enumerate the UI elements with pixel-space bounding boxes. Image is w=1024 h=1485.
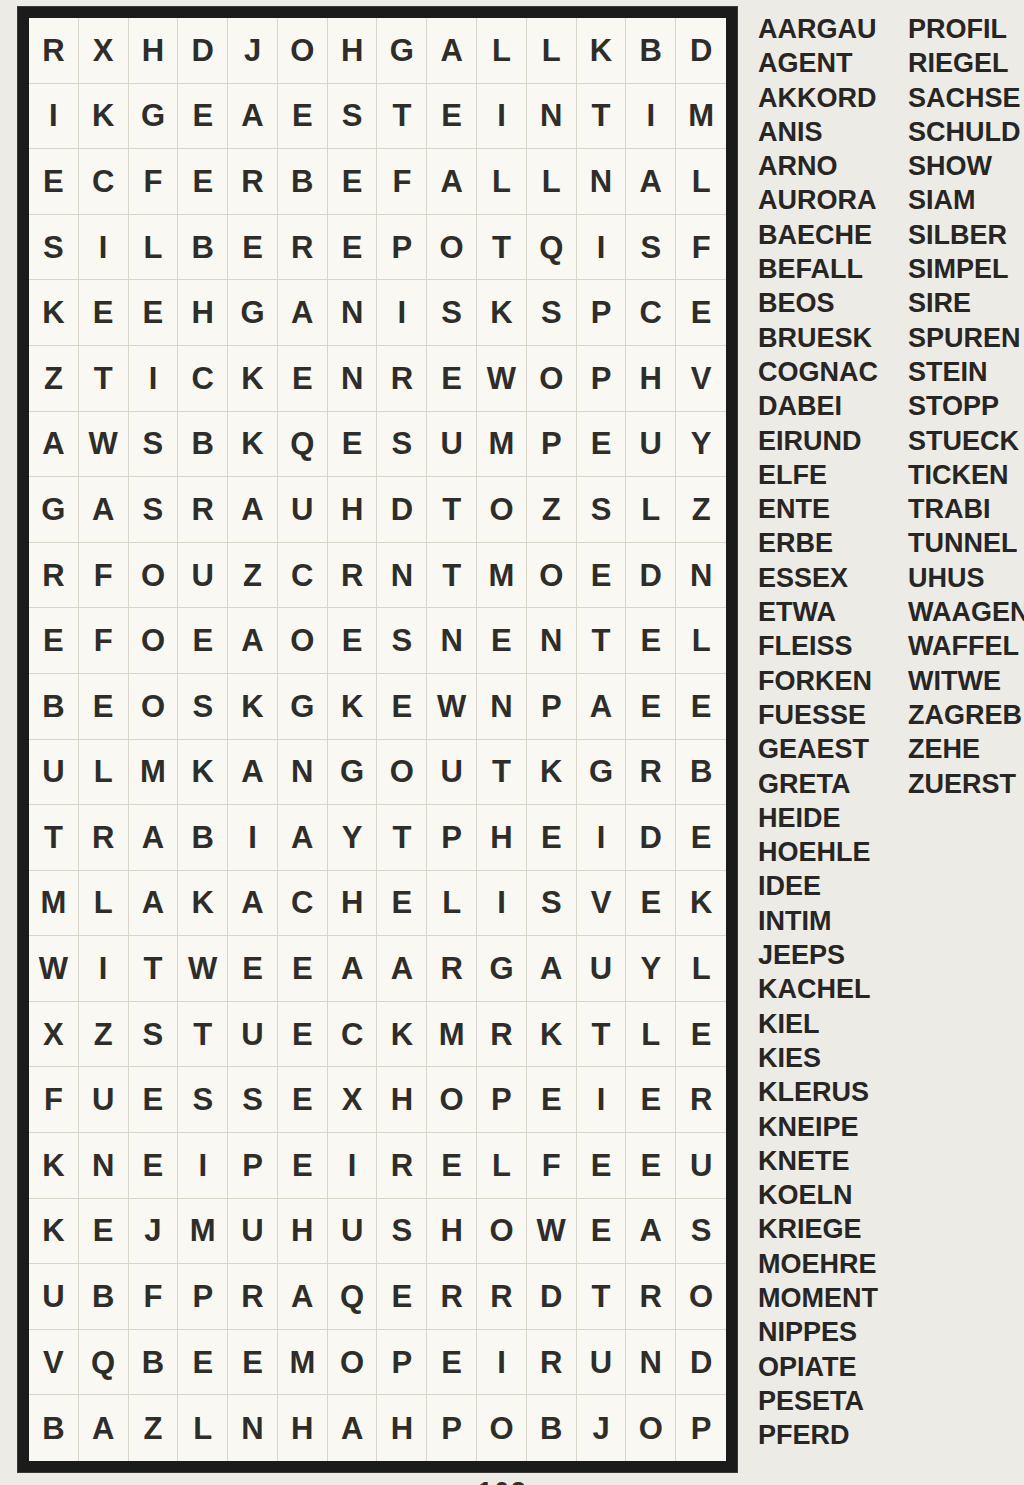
grid-cell-r14c1[interactable]: M: [29, 871, 79, 937]
grid-cell-r20c5[interactable]: R: [228, 1264, 278, 1330]
grid-cell-r2c3[interactable]: G: [129, 84, 179, 150]
grid-cell-r10c2[interactable]: F: [79, 608, 129, 674]
grid-cell-r1c5[interactable]: J: [228, 18, 278, 84]
grid-cell-r17c6[interactable]: E: [278, 1067, 328, 1133]
grid-cell-r14c12[interactable]: V: [577, 871, 627, 937]
grid-cell-r19c12[interactable]: E: [577, 1199, 627, 1265]
grid-cell-r8c1[interactable]: G: [29, 477, 79, 543]
word-list-item[interactable]: ELFE: [758, 458, 878, 492]
word-list-item[interactable]: UHUS: [908, 561, 1024, 595]
word-list-item[interactable]: GRETA: [758, 767, 878, 801]
grid-cell-r11c8[interactable]: E: [377, 674, 427, 740]
word-list-item[interactable]: STEIN: [908, 355, 1024, 389]
grid-cell-r17c12[interactable]: I: [577, 1067, 627, 1133]
grid-cell-r13c14[interactable]: E: [676, 805, 726, 871]
grid-cell-r4c10[interactable]: T: [477, 215, 527, 281]
grid-cell-r6c11[interactable]: O: [527, 346, 577, 412]
grid-cell-r18c8[interactable]: R: [377, 1133, 427, 1199]
word-list-item[interactable]: NIPPES: [758, 1315, 878, 1349]
grid-cell-r16c7[interactable]: C: [328, 1002, 378, 1068]
grid-cell-r21c12[interactable]: U: [577, 1330, 627, 1396]
grid-cell-r22c7[interactable]: A: [328, 1395, 378, 1461]
grid-cell-r14c2[interactable]: L: [79, 871, 129, 937]
grid-cell-r13c5[interactable]: I: [228, 805, 278, 871]
grid-cell-r7c10[interactable]: M: [477, 412, 527, 478]
grid-cell-r22c3[interactable]: Z: [129, 1395, 179, 1461]
grid-cell-r2c2[interactable]: K: [79, 84, 129, 150]
grid-cell-r9c10[interactable]: M: [477, 543, 527, 609]
grid-cell-r7c5[interactable]: K: [228, 412, 278, 478]
grid-cell-r22c13[interactable]: O: [626, 1395, 676, 1461]
grid-cell-r1c8[interactable]: G: [377, 18, 427, 84]
grid-cell-r12c6[interactable]: N: [278, 740, 328, 806]
grid-cell-r3c3[interactable]: F: [129, 149, 179, 215]
word-list-item[interactable]: STUECK: [908, 424, 1024, 458]
grid-cell-r4c6[interactable]: R: [278, 215, 328, 281]
grid-cell-r20c3[interactable]: F: [129, 1264, 179, 1330]
word-list-item[interactable]: COGNAC: [758, 355, 878, 389]
grid-cell-r4c14[interactable]: F: [676, 215, 726, 281]
grid-cell-r5c11[interactable]: S: [527, 280, 577, 346]
grid-cell-r21c13[interactable]: N: [626, 1330, 676, 1396]
grid-cell-r20c7[interactable]: Q: [328, 1264, 378, 1330]
word-list-item[interactable]: KIEL: [758, 1007, 878, 1041]
word-list-item[interactable]: KRIEGE: [758, 1212, 878, 1246]
grid-cell-r7c2[interactable]: W: [79, 412, 129, 478]
grid-cell-r15c12[interactable]: U: [577, 936, 627, 1002]
grid-cell-r13c7[interactable]: Y: [328, 805, 378, 871]
grid-cell-r7c7[interactable]: E: [328, 412, 378, 478]
grid-cell-r2c4[interactable]: E: [178, 84, 228, 150]
grid-cell-r14c4[interactable]: K: [178, 871, 228, 937]
word-list-item[interactable]: INTIM: [758, 904, 878, 938]
grid-cell-r12c8[interactable]: O: [377, 740, 427, 806]
grid-cell-r15c2[interactable]: I: [79, 936, 129, 1002]
grid-cell-r7c13[interactable]: U: [626, 412, 676, 478]
word-list-item[interactable]: TRABI: [908, 492, 1024, 526]
grid-cell-r11c11[interactable]: P: [527, 674, 577, 740]
grid-cell-r9c13[interactable]: D: [626, 543, 676, 609]
grid-cell-r22c9[interactable]: P: [427, 1395, 477, 1461]
grid-cell-r15c7[interactable]: A: [328, 936, 378, 1002]
grid-cell-r16c2[interactable]: Z: [79, 1002, 129, 1068]
word-list-item[interactable]: WAAGEN: [908, 595, 1024, 629]
grid-cell-r11c9[interactable]: W: [427, 674, 477, 740]
grid-cell-r1c10[interactable]: L: [477, 18, 527, 84]
grid-cell-r16c3[interactable]: S: [129, 1002, 179, 1068]
grid-cell-r14c3[interactable]: A: [129, 871, 179, 937]
grid-cell-r9c3[interactable]: O: [129, 543, 179, 609]
word-list-item[interactable]: EIRUND: [758, 424, 878, 458]
word-list-item[interactable]: FORKEN: [758, 664, 878, 698]
grid-cell-r11c14[interactable]: E: [676, 674, 726, 740]
grid-cell-r17c9[interactable]: O: [427, 1067, 477, 1133]
grid-cell-r17c8[interactable]: H: [377, 1067, 427, 1133]
grid-cell-r13c10[interactable]: H: [477, 805, 527, 871]
word-list-item[interactable]: ZUERST: [908, 767, 1024, 801]
grid-cell-r8c2[interactable]: A: [79, 477, 129, 543]
grid-cell-r19c11[interactable]: W: [527, 1199, 577, 1265]
grid-cell-r11c13[interactable]: E: [626, 674, 676, 740]
word-list-item[interactable]: FLEISS: [758, 629, 878, 663]
grid-cell-r2c10[interactable]: I: [477, 84, 527, 150]
grid-cell-r12c14[interactable]: B: [676, 740, 726, 806]
grid-cell-r18c9[interactable]: E: [427, 1133, 477, 1199]
grid-cell-r3c12[interactable]: N: [577, 149, 627, 215]
grid-cell-r19c5[interactable]: U: [228, 1199, 278, 1265]
word-list-item[interactable]: RIEGEL: [908, 46, 1024, 80]
grid-cell-r1c12[interactable]: K: [577, 18, 627, 84]
grid-cell-r12c3[interactable]: M: [129, 740, 179, 806]
grid-cell-r7c6[interactable]: Q: [278, 412, 328, 478]
word-list-item[interactable]: BEOS: [758, 286, 878, 320]
grid-cell-r4c13[interactable]: S: [626, 215, 676, 281]
grid-cell-r18c11[interactable]: F: [527, 1133, 577, 1199]
grid-cell-r19c8[interactable]: S: [377, 1199, 427, 1265]
grid-cell-r13c12[interactable]: I: [577, 805, 627, 871]
grid-cell-r3c1[interactable]: E: [29, 149, 79, 215]
grid-cell-r3c2[interactable]: C: [79, 149, 129, 215]
grid-cell-r16c12[interactable]: T: [577, 1002, 627, 1068]
grid-cell-r16c14[interactable]: E: [676, 1002, 726, 1068]
grid-cell-r2c11[interactable]: N: [527, 84, 577, 150]
grid-cell-r7c9[interactable]: U: [427, 412, 477, 478]
grid-cell-r11c10[interactable]: N: [477, 674, 527, 740]
grid-cell-r13c3[interactable]: A: [129, 805, 179, 871]
word-list-item[interactable]: FUESSE: [758, 698, 878, 732]
grid-cell-r6c6[interactable]: E: [278, 346, 328, 412]
grid-cell-r12c11[interactable]: K: [527, 740, 577, 806]
grid-cell-r12c4[interactable]: K: [178, 740, 228, 806]
grid-cell-r14c10[interactable]: I: [477, 871, 527, 937]
word-list-item[interactable]: OPIATE: [758, 1350, 878, 1384]
grid-cell-r16c6[interactable]: E: [278, 1002, 328, 1068]
word-list-item[interactable]: SPUREN: [908, 321, 1024, 355]
grid-cell-r8c6[interactable]: U: [278, 477, 328, 543]
grid-cell-r11c1[interactable]: B: [29, 674, 79, 740]
word-list-item[interactable]: AARGAU: [758, 12, 878, 46]
grid-cell-r22c5[interactable]: N: [228, 1395, 278, 1461]
grid-cell-r6c9[interactable]: E: [427, 346, 477, 412]
grid-cell-r2c13[interactable]: I: [626, 84, 676, 150]
grid-cell-r9c9[interactable]: T: [427, 543, 477, 609]
grid-cell-r21c9[interactable]: E: [427, 1330, 477, 1396]
grid-cell-r20c14[interactable]: O: [676, 1264, 726, 1330]
grid-cell-r11c5[interactable]: K: [228, 674, 278, 740]
grid-cell-r5c6[interactable]: A: [278, 280, 328, 346]
grid-cell-r9c6[interactable]: C: [278, 543, 328, 609]
grid-cell-r11c3[interactable]: O: [129, 674, 179, 740]
word-list-item[interactable]: PESETA: [758, 1384, 878, 1418]
word-list-item[interactable]: STOPP: [908, 389, 1024, 423]
word-list-item[interactable]: HEIDE: [758, 801, 878, 835]
grid-cell-r1c9[interactable]: A: [427, 18, 477, 84]
word-list-item[interactable]: HOEHLE: [758, 835, 878, 869]
word-list-item[interactable]: KOELN: [758, 1178, 878, 1212]
grid-cell-r18c1[interactable]: K: [29, 1133, 79, 1199]
grid-cell-r4c2[interactable]: I: [79, 215, 129, 281]
grid-cell-r21c10[interactable]: I: [477, 1330, 527, 1396]
grid-cell-r5c3[interactable]: E: [129, 280, 179, 346]
grid-cell-r1c7[interactable]: H: [328, 18, 378, 84]
word-list-item[interactable]: WITWE: [908, 664, 1024, 698]
grid-cell-r5c4[interactable]: H: [178, 280, 228, 346]
grid-cell-r1c2[interactable]: X: [79, 18, 129, 84]
word-list-item[interactable]: KIES: [758, 1041, 878, 1075]
word-list-item[interactable]: KLERUS: [758, 1075, 878, 1109]
grid-cell-r2c8[interactable]: T: [377, 84, 427, 150]
grid-cell-r11c7[interactable]: K: [328, 674, 378, 740]
grid-cell-r17c5[interactable]: S: [228, 1067, 278, 1133]
grid-cell-r5c1[interactable]: K: [29, 280, 79, 346]
grid-cell-r16c5[interactable]: U: [228, 1002, 278, 1068]
grid-cell-r18c6[interactable]: E: [278, 1133, 328, 1199]
grid-cell-r9c1[interactable]: R: [29, 543, 79, 609]
grid-cell-r3c9[interactable]: A: [427, 149, 477, 215]
grid-cell-r12c10[interactable]: T: [477, 740, 527, 806]
grid-cell-r19c10[interactable]: O: [477, 1199, 527, 1265]
grid-cell-r3c6[interactable]: B: [278, 149, 328, 215]
grid-cell-r9c7[interactable]: R: [328, 543, 378, 609]
grid-cell-r7c14[interactable]: Y: [676, 412, 726, 478]
grid-cell-r5c8[interactable]: I: [377, 280, 427, 346]
grid-cell-r15c4[interactable]: W: [178, 936, 228, 1002]
grid-cell-r16c8[interactable]: K: [377, 1002, 427, 1068]
grid-cell-r22c11[interactable]: B: [527, 1395, 577, 1461]
grid-cell-r20c8[interactable]: E: [377, 1264, 427, 1330]
grid-cell-r9c12[interactable]: E: [577, 543, 627, 609]
grid-cell-r9c14[interactable]: N: [676, 543, 726, 609]
word-list-item[interactable]: WAFFEL: [908, 629, 1024, 663]
grid-cell-r4c4[interactable]: B: [178, 215, 228, 281]
grid-cell-r7c3[interactable]: S: [129, 412, 179, 478]
grid-cell-r14c8[interactable]: E: [377, 871, 427, 937]
grid-cell-r21c11[interactable]: R: [527, 1330, 577, 1396]
grid-cell-r21c7[interactable]: O: [328, 1330, 378, 1396]
grid-cell-r7c8[interactable]: S: [377, 412, 427, 478]
grid-cell-r7c12[interactable]: E: [577, 412, 627, 478]
grid-cell-r17c10[interactable]: P: [477, 1067, 527, 1133]
grid-cell-r14c7[interactable]: H: [328, 871, 378, 937]
grid-cell-r14c5[interactable]: A: [228, 871, 278, 937]
word-list-item[interactable]: ESSEX: [758, 561, 878, 595]
grid-cell-r18c5[interactable]: P: [228, 1133, 278, 1199]
grid-cell-r8c10[interactable]: O: [477, 477, 527, 543]
grid-cell-r3c10[interactable]: L: [477, 149, 527, 215]
word-list-item[interactable]: SACHSE: [908, 81, 1024, 115]
grid-cell-r20c11[interactable]: D: [527, 1264, 577, 1330]
grid-cell-r5c5[interactable]: G: [228, 280, 278, 346]
grid-cell-r17c4[interactable]: S: [178, 1067, 228, 1133]
grid-cell-r15c6[interactable]: E: [278, 936, 328, 1002]
word-list-item[interactable]: PFERD: [758, 1418, 878, 1452]
grid-cell-r19c6[interactable]: H: [278, 1199, 328, 1265]
grid-cell-r3c13[interactable]: A: [626, 149, 676, 215]
grid-cell-r19c2[interactable]: E: [79, 1199, 129, 1265]
grid-cell-r13c1[interactable]: T: [29, 805, 79, 871]
grid-cell-r1c14[interactable]: D: [676, 18, 726, 84]
grid-cell-r15c10[interactable]: G: [477, 936, 527, 1002]
grid-cell-r20c13[interactable]: R: [626, 1264, 676, 1330]
grid-cell-r20c4[interactable]: P: [178, 1264, 228, 1330]
grid-cell-r19c3[interactable]: J: [129, 1199, 179, 1265]
word-list-item[interactable]: PROFIL: [908, 12, 1024, 46]
grid-cell-r14c11[interactable]: S: [527, 871, 577, 937]
grid-cell-r1c4[interactable]: D: [178, 18, 228, 84]
grid-cell-r20c2[interactable]: B: [79, 1264, 129, 1330]
grid-cell-r13c4[interactable]: B: [178, 805, 228, 871]
grid-cell-r19c14[interactable]: S: [676, 1199, 726, 1265]
grid-cell-r9c5[interactable]: Z: [228, 543, 278, 609]
grid-cell-r19c9[interactable]: H: [427, 1199, 477, 1265]
word-list-item[interactable]: ERBE: [758, 526, 878, 560]
grid-cell-r10c8[interactable]: S: [377, 608, 427, 674]
word-list-item[interactable]: MOMENT: [758, 1281, 878, 1315]
word-list-item[interactable]: BAECHE: [758, 218, 878, 252]
grid-cell-r2c9[interactable]: E: [427, 84, 477, 150]
grid-cell-r13c13[interactable]: D: [626, 805, 676, 871]
grid-cell-r15c11[interactable]: A: [527, 936, 577, 1002]
grid-cell-r16c1[interactable]: X: [29, 1002, 79, 1068]
grid-cell-r12c12[interactable]: G: [577, 740, 627, 806]
word-list-item[interactable]: ARNO: [758, 149, 878, 183]
grid-cell-r15c13[interactable]: Y: [626, 936, 676, 1002]
grid-cell-r9c8[interactable]: N: [377, 543, 427, 609]
grid-cell-r10c6[interactable]: O: [278, 608, 328, 674]
grid-cell-r20c10[interactable]: R: [477, 1264, 527, 1330]
grid-cell-r6c7[interactable]: N: [328, 346, 378, 412]
grid-cell-r16c10[interactable]: R: [477, 1002, 527, 1068]
grid-cell-r2c7[interactable]: S: [328, 84, 378, 150]
grid-cell-r13c11[interactable]: E: [527, 805, 577, 871]
grid-cell-r18c2[interactable]: N: [79, 1133, 129, 1199]
grid-cell-r6c12[interactable]: P: [577, 346, 627, 412]
grid-cell-r1c3[interactable]: H: [129, 18, 179, 84]
grid-cell-r4c5[interactable]: E: [228, 215, 278, 281]
grid-cell-r14c6[interactable]: C: [278, 871, 328, 937]
grid-cell-r8c12[interactable]: S: [577, 477, 627, 543]
grid-cell-r12c5[interactable]: A: [228, 740, 278, 806]
grid-cell-r3c8[interactable]: F: [377, 149, 427, 215]
grid-cell-r18c3[interactable]: E: [129, 1133, 179, 1199]
grid-cell-r12c7[interactable]: G: [328, 740, 378, 806]
grid-cell-r10c1[interactable]: E: [29, 608, 79, 674]
grid-cell-r10c10[interactable]: E: [477, 608, 527, 674]
grid-cell-r21c6[interactable]: M: [278, 1330, 328, 1396]
grid-cell-r22c8[interactable]: H: [377, 1395, 427, 1461]
grid-cell-r21c2[interactable]: Q: [79, 1330, 129, 1396]
grid-cell-r11c2[interactable]: E: [79, 674, 129, 740]
word-list-item[interactable]: SIAM: [908, 183, 1024, 217]
grid-cell-r5c7[interactable]: N: [328, 280, 378, 346]
word-list-item[interactable]: KNETE: [758, 1144, 878, 1178]
grid-cell-r2c5[interactable]: A: [228, 84, 278, 150]
grid-cell-r3c7[interactable]: E: [328, 149, 378, 215]
grid-cell-r17c11[interactable]: E: [527, 1067, 577, 1133]
grid-cell-r1c6[interactable]: O: [278, 18, 328, 84]
word-list-item[interactable]: ZAGREB: [908, 698, 1024, 732]
word-list-item[interactable]: SILBER: [908, 218, 1024, 252]
grid-cell-r10c5[interactable]: A: [228, 608, 278, 674]
grid-cell-r3c14[interactable]: L: [676, 149, 726, 215]
grid-cell-r7c1[interactable]: A: [29, 412, 79, 478]
grid-cell-r5c10[interactable]: K: [477, 280, 527, 346]
grid-cell-r3c11[interactable]: L: [527, 149, 577, 215]
grid-cell-r6c10[interactable]: W: [477, 346, 527, 412]
grid-cell-r17c14[interactable]: R: [676, 1067, 726, 1133]
grid-cell-r17c3[interactable]: E: [129, 1067, 179, 1133]
grid-cell-r9c11[interactable]: O: [527, 543, 577, 609]
grid-cell-r19c7[interactable]: U: [328, 1199, 378, 1265]
grid-cell-r10c14[interactable]: L: [676, 608, 726, 674]
grid-cell-r15c9[interactable]: R: [427, 936, 477, 1002]
grid-cell-r16c13[interactable]: L: [626, 1002, 676, 1068]
grid-cell-r20c6[interactable]: A: [278, 1264, 328, 1330]
word-list-item[interactable]: AURORA: [758, 183, 878, 217]
grid-cell-r16c9[interactable]: M: [427, 1002, 477, 1068]
grid-cell-r22c14[interactable]: P: [676, 1395, 726, 1461]
grid-cell-r4c8[interactable]: P: [377, 215, 427, 281]
grid-cell-r4c3[interactable]: L: [129, 215, 179, 281]
grid-cell-r15c5[interactable]: E: [228, 936, 278, 1002]
grid-cell-r5c2[interactable]: E: [79, 280, 129, 346]
grid-cell-r22c2[interactable]: A: [79, 1395, 129, 1461]
grid-cell-r5c13[interactable]: C: [626, 280, 676, 346]
grid-cell-r5c12[interactable]: P: [577, 280, 627, 346]
grid-cell-r21c3[interactable]: B: [129, 1330, 179, 1396]
word-list-item[interactable]: SIRE: [908, 286, 1024, 320]
word-list-item[interactable]: BRUESK: [758, 321, 878, 355]
grid-cell-r10c12[interactable]: T: [577, 608, 627, 674]
grid-cell-r9c4[interactable]: U: [178, 543, 228, 609]
grid-cell-r15c8[interactable]: A: [377, 936, 427, 1002]
word-list-item[interactable]: ZEHE: [908, 732, 1024, 766]
grid-cell-r11c12[interactable]: A: [577, 674, 627, 740]
grid-cell-r10c13[interactable]: E: [626, 608, 676, 674]
grid-cell-r19c1[interactable]: K: [29, 1199, 79, 1265]
grid-cell-r8c5[interactable]: A: [228, 477, 278, 543]
grid-cell-r4c1[interactable]: S: [29, 215, 79, 281]
grid-cell-r2c14[interactable]: M: [676, 84, 726, 150]
grid-cell-r22c6[interactable]: H: [278, 1395, 328, 1461]
grid-cell-r20c9[interactable]: R: [427, 1264, 477, 1330]
grid-cell-r1c1[interactable]: R: [29, 18, 79, 84]
grid-cell-r21c8[interactable]: P: [377, 1330, 427, 1396]
word-list-item[interactable]: GEAEST: [758, 732, 878, 766]
word-list-item[interactable]: SIMPEL: [908, 252, 1024, 286]
grid-cell-r5c9[interactable]: S: [427, 280, 477, 346]
grid-cell-r6c5[interactable]: K: [228, 346, 278, 412]
grid-cell-r8c13[interactable]: L: [626, 477, 676, 543]
grid-cell-r18c14[interactable]: U: [676, 1133, 726, 1199]
grid-cell-r14c14[interactable]: K: [676, 871, 726, 937]
grid-cell-r16c4[interactable]: T: [178, 1002, 228, 1068]
grid-cell-r4c9[interactable]: O: [427, 215, 477, 281]
word-list-item[interactable]: SCHULD: [908, 115, 1024, 149]
grid-cell-r20c1[interactable]: U: [29, 1264, 79, 1330]
grid-cell-r10c9[interactable]: N: [427, 608, 477, 674]
grid-cell-r14c9[interactable]: L: [427, 871, 477, 937]
grid-cell-r6c8[interactable]: R: [377, 346, 427, 412]
grid-cell-r6c14[interactable]: V: [676, 346, 726, 412]
grid-cell-r22c12[interactable]: J: [577, 1395, 627, 1461]
word-list-item[interactable]: AKKORD: [758, 81, 878, 115]
grid-cell-r17c13[interactable]: E: [626, 1067, 676, 1133]
grid-cell-r19c4[interactable]: M: [178, 1199, 228, 1265]
grid-cell-r7c4[interactable]: B: [178, 412, 228, 478]
grid-cell-r18c12[interactable]: E: [577, 1133, 627, 1199]
grid-cell-r13c8[interactable]: T: [377, 805, 427, 871]
